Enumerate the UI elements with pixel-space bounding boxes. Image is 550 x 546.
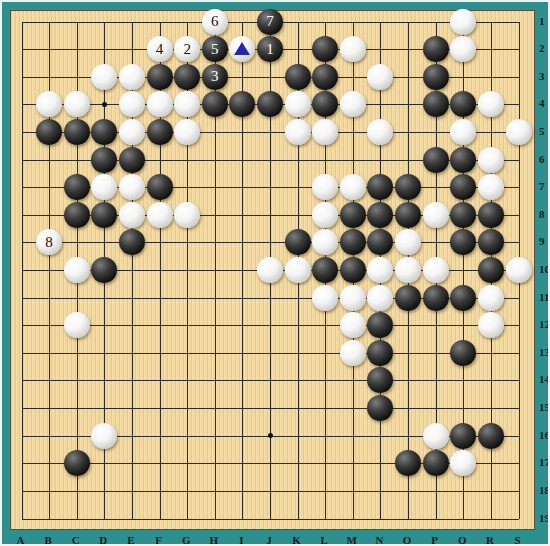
move-number-label: 5: [211, 42, 219, 57]
stone-black-M10: [340, 257, 366, 283]
stone-black-O11: [395, 285, 421, 311]
col-label-B: B: [38, 533, 58, 546]
row-label-13: 13: [539, 345, 550, 359]
stone-black-C5: [64, 119, 90, 145]
star-point: [268, 433, 273, 438]
col-label-I: I: [231, 533, 251, 546]
stone-white-M7: [340, 174, 366, 200]
stone-black-N14: [367, 367, 393, 393]
stone-white-N3: [367, 64, 393, 90]
stone-white-Q5: [450, 119, 476, 145]
stone-black-Q7: [450, 174, 476, 200]
stone-black-J2: 1: [257, 36, 283, 62]
stone-white-L11: [312, 285, 338, 311]
stone-black-R9: [478, 229, 504, 255]
stone-black-E6: [119, 147, 145, 173]
stone-black-K9: [285, 229, 311, 255]
stone-black-C17: [64, 450, 90, 476]
stone-black-L4: [312, 91, 338, 117]
move-number-label: 4: [156, 42, 164, 57]
row-label-16: 16: [539, 428, 550, 442]
stone-black-O8: [395, 202, 421, 228]
stone-white-G8: [174, 202, 200, 228]
row-label-3: 3: [539, 69, 550, 83]
stone-black-H3: 3: [202, 64, 228, 90]
stone-white-M4: [340, 91, 366, 117]
stone-black-F5: [147, 119, 173, 145]
stone-white-S5: [506, 119, 532, 145]
stone-white-C10: [64, 257, 90, 283]
move-number-label: 1: [266, 42, 274, 57]
stone-white-O10: [395, 257, 421, 283]
row-label-15: 15: [539, 400, 550, 414]
stone-white-E5: [119, 119, 145, 145]
stone-white-E4: [119, 91, 145, 117]
stone-white-Q1: [450, 9, 476, 35]
stone-black-I4: [229, 91, 255, 117]
stone-white-N5: [367, 119, 393, 145]
col-label-O: O: [397, 533, 417, 546]
col-label-Q: Q: [452, 533, 472, 546]
stone-black-N13: [367, 340, 393, 366]
move-number-label: 6: [211, 14, 219, 29]
stone-black-Q9: [450, 229, 476, 255]
stone-black-H4: [202, 91, 228, 117]
stone-black-R16: [478, 423, 504, 449]
move-number-label: 3: [211, 69, 219, 84]
stone-white-M11: [340, 285, 366, 311]
star-point: [102, 102, 107, 107]
stone-black-K3: [285, 64, 311, 90]
row-label-8: 8: [539, 207, 550, 221]
col-label-D: D: [93, 533, 113, 546]
row-label-4: 4: [539, 96, 550, 110]
stone-black-O17: [395, 450, 421, 476]
stone-white-M2: [340, 36, 366, 62]
col-label-F: F: [149, 533, 169, 546]
row-label-11: 11: [539, 290, 550, 304]
stone-white-N11: [367, 285, 393, 311]
stone-white-K10: [285, 257, 311, 283]
stone-white-R12: [478, 312, 504, 338]
stone-black-Q16: [450, 423, 476, 449]
col-label-L: L: [314, 533, 334, 546]
stone-white-L7: [312, 174, 338, 200]
grid-line-horizontal: [22, 380, 519, 381]
stone-black-Q8: [450, 202, 476, 228]
stone-white-K5: [285, 119, 311, 145]
stone-black-P11: [423, 285, 449, 311]
grid-line-horizontal: [22, 519, 519, 520]
col-label-G: G: [176, 533, 196, 546]
stone-black-N9: [367, 229, 393, 255]
stone-white-M13: [340, 340, 366, 366]
stone-white-B9: 8: [36, 229, 62, 255]
move-number-label: 7: [266, 14, 274, 29]
stone-black-B5: [36, 119, 62, 145]
stone-white-R4: [478, 91, 504, 117]
col-label-M: M: [342, 533, 362, 546]
stone-black-F7: [147, 174, 173, 200]
stone-black-J1: 7: [257, 9, 283, 35]
stone-white-P8: [423, 202, 449, 228]
move-number-label: 8: [45, 235, 53, 250]
col-label-C: C: [66, 533, 86, 546]
grid-line-horizontal: [22, 491, 519, 492]
stone-white-E8: [119, 202, 145, 228]
stone-white-F4: [147, 91, 173, 117]
stone-black-P17: [423, 450, 449, 476]
row-label-18: 18: [539, 483, 550, 497]
stone-white-R6: [478, 147, 504, 173]
stone-white-P10: [423, 257, 449, 283]
stone-black-D10: [91, 257, 117, 283]
row-label-5: 5: [539, 124, 550, 138]
stone-black-M9: [340, 229, 366, 255]
row-label-6: 6: [539, 152, 550, 166]
row-label-10: 10: [539, 262, 550, 276]
grid-line-horizontal: [22, 325, 519, 326]
row-label-12: 12: [539, 317, 550, 331]
go-app-window: 67425138 ABCDEFGHIJKLMNOPQRS 12345678910…: [0, 0, 550, 546]
stone-white-S10: [506, 257, 532, 283]
col-label-E: E: [121, 533, 141, 546]
col-label-K: K: [287, 533, 307, 546]
stone-black-Q6: [450, 147, 476, 173]
stone-black-O7: [395, 174, 421, 200]
stone-white-D16: [91, 423, 117, 449]
stone-black-L2: [312, 36, 338, 62]
stone-black-Q11: [450, 285, 476, 311]
stone-black-Q13: [450, 340, 476, 366]
stone-white-R7: [478, 174, 504, 200]
row-label-17: 17: [539, 455, 550, 469]
stone-black-D5: [91, 119, 117, 145]
col-label-S: S: [508, 533, 528, 546]
stone-black-C8: [64, 202, 90, 228]
stone-black-C7: [64, 174, 90, 200]
stone-black-N7: [367, 174, 393, 200]
stone-white-E3: [119, 64, 145, 90]
stone-white-P16: [423, 423, 449, 449]
stone-white-B4: [36, 91, 62, 117]
stone-white-G2: 2: [174, 36, 200, 62]
stone-white-M12: [340, 312, 366, 338]
row-label-2: 2: [539, 41, 550, 55]
stone-black-M8: [340, 202, 366, 228]
move-number-label: 2: [183, 42, 191, 57]
stone-black-N8: [367, 202, 393, 228]
stone-white-L5: [312, 119, 338, 145]
col-label-H: H: [204, 533, 224, 546]
stone-black-N15: [367, 395, 393, 421]
stone-black-D6: [91, 147, 117, 173]
stone-white-Q17: [450, 450, 476, 476]
stone-white-Q2: [450, 36, 476, 62]
stone-white-N10: [367, 257, 393, 283]
stone-white-C12: [64, 312, 90, 338]
triangle-marker-icon: [234, 42, 250, 55]
stone-white-O9: [395, 229, 421, 255]
stone-black-N12: [367, 312, 393, 338]
stone-white-R11: [478, 285, 504, 311]
row-label-9: 9: [539, 234, 550, 248]
grid-line-horizontal: [22, 408, 519, 409]
col-label-A: A: [11, 533, 31, 546]
col-label-R: R: [480, 533, 500, 546]
stone-white-L8: [312, 202, 338, 228]
stone-black-F3: [147, 64, 173, 90]
stone-white-E7: [119, 174, 145, 200]
stone-black-G3: [174, 64, 200, 90]
stone-white-J10: [257, 257, 283, 283]
goban[interactable]: 67425138: [10, 10, 535, 530]
stone-black-L10: [312, 257, 338, 283]
stone-black-R10: [478, 257, 504, 283]
row-label-7: 7: [539, 179, 550, 193]
stone-black-H2: 5: [202, 36, 228, 62]
stone-black-P2: [423, 36, 449, 62]
col-label-N: N: [369, 533, 389, 546]
stone-white-L9: [312, 229, 338, 255]
stone-white-I2: [229, 36, 255, 62]
stone-black-P3: [423, 64, 449, 90]
stone-black-L3: [312, 64, 338, 90]
stone-black-Q4: [450, 91, 476, 117]
stone-black-D8: [91, 202, 117, 228]
grid-line-horizontal: [22, 353, 519, 354]
row-label-1: 1: [539, 14, 550, 28]
stone-white-D3: [91, 64, 117, 90]
row-label-14: 14: [539, 372, 550, 386]
stone-white-F8: [147, 202, 173, 228]
stone-black-R8: [478, 202, 504, 228]
stone-white-F2: 4: [147, 36, 173, 62]
stone-white-G4: [174, 91, 200, 117]
stone-white-D7: [91, 174, 117, 200]
stone-black-P6: [423, 147, 449, 173]
col-label-P: P: [425, 533, 445, 546]
stone-white-C4: [64, 91, 90, 117]
stone-white-K4: [285, 91, 311, 117]
stone-white-H1: 6: [202, 9, 228, 35]
stone-white-G5: [174, 119, 200, 145]
stone-black-P4: [423, 91, 449, 117]
col-label-J: J: [259, 533, 279, 546]
stone-black-J4: [257, 91, 283, 117]
row-label-19: 19: [539, 511, 550, 525]
stone-black-E9: [119, 229, 145, 255]
